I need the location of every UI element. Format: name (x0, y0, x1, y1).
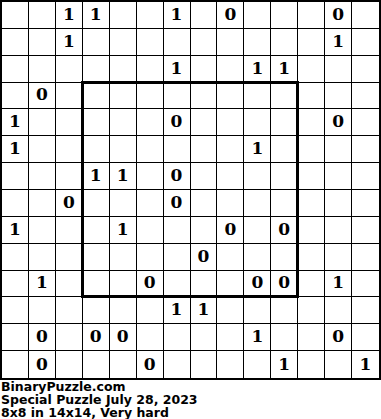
cell-r2c11[interactable] (298, 56, 325, 83)
cell-r0c2: 1 (56, 2, 83, 29)
cell-r3c0[interactable] (2, 83, 29, 110)
cell-r6c0[interactable] (2, 163, 29, 190)
cell-r3c3[interactable] (83, 83, 110, 110)
cell-r2c13[interactable] (352, 56, 379, 83)
cell-r9c11[interactable] (298, 244, 325, 271)
cell-r4c7[interactable] (191, 109, 218, 136)
cell-r7c2: 0 (56, 190, 83, 217)
cell-r6c6: 0 (164, 163, 191, 190)
cell-r7c0[interactable] (2, 190, 29, 217)
cell-r4c11[interactable] (298, 109, 325, 136)
cell-r11c6: 1 (164, 297, 191, 324)
cell-r10c9: 0 (244, 271, 271, 298)
cell-r3c2[interactable] (56, 83, 83, 110)
cell-r6c5[interactable] (137, 163, 164, 190)
cell-r13c12[interactable] (325, 351, 352, 378)
cell-r7c9[interactable] (244, 190, 271, 217)
puzzle-subtitle: 8x8 in 14x14, Very hard (1, 406, 381, 419)
cell-r13c3[interactable] (83, 351, 110, 378)
cell-r9c4[interactable] (110, 244, 137, 271)
cell-r1c9[interactable] (244, 29, 271, 56)
cell-r10c3[interactable] (83, 271, 110, 298)
cell-r4c5[interactable] (137, 109, 164, 136)
cell-r10c2[interactable] (56, 271, 83, 298)
cell-r9c12[interactable] (325, 244, 352, 271)
cell-r10c13[interactable] (352, 271, 379, 298)
cell-r3c5[interactable] (137, 83, 164, 110)
cell-r0c10[interactable] (271, 2, 298, 29)
cell-r2c9: 1 (244, 56, 271, 83)
cell-r1c0[interactable] (2, 29, 29, 56)
cell-r2c2[interactable] (56, 56, 83, 83)
cell-r0c6: 1 (164, 2, 191, 29)
cell-r13c2[interactable] (56, 351, 83, 378)
cell-r3c9[interactable] (244, 83, 271, 110)
cell-r9c3[interactable] (83, 244, 110, 271)
cell-r9c1[interactable] (29, 244, 56, 271)
cell-r13c13: 1 (352, 351, 379, 378)
cell-r6c7[interactable] (191, 163, 218, 190)
cell-r6c10[interactable] (271, 163, 298, 190)
cell-r2c3[interactable] (83, 56, 110, 83)
cell-r5c0: 1 (2, 136, 29, 163)
cell-r1c13[interactable] (352, 29, 379, 56)
cell-r6c4: 1 (110, 163, 137, 190)
cell-r10c10: 0 (271, 271, 298, 298)
cell-r0c8: 0 (217, 2, 244, 29)
cell-r2c6: 1 (164, 56, 191, 83)
cell-r2c0[interactable] (2, 56, 29, 83)
cell-r4c1[interactable] (29, 109, 56, 136)
cell-r5c10[interactable] (271, 136, 298, 163)
cell-r8c6[interactable] (164, 217, 191, 244)
cell-r1c7[interactable] (191, 29, 218, 56)
cell-r4c4[interactable] (110, 109, 137, 136)
cell-r13c8[interactable] (217, 351, 244, 378)
cell-r11c0[interactable] (2, 297, 29, 324)
cell-r11c7: 1 (191, 297, 218, 324)
cell-r9c8[interactable] (217, 244, 244, 271)
cell-r1c8[interactable] (217, 29, 244, 56)
cell-r12c0[interactable] (2, 324, 29, 351)
cell-r11c8[interactable] (217, 297, 244, 324)
cell-r3c1: 0 (29, 83, 56, 110)
cell-r6c13[interactable] (352, 163, 379, 190)
cell-r3c6[interactable] (164, 83, 191, 110)
cell-r10c7[interactable] (191, 271, 218, 298)
cell-r2c7[interactable] (191, 56, 218, 83)
cell-r11c10[interactable] (271, 297, 298, 324)
cell-r7c13[interactable] (352, 190, 379, 217)
cell-r9c0[interactable] (2, 244, 29, 271)
cell-r5c6[interactable] (164, 136, 191, 163)
cell-r5c5[interactable] (137, 136, 164, 163)
cell-r11c1[interactable] (29, 297, 56, 324)
cell-r3c4[interactable] (110, 83, 137, 110)
cell-r8c10: 0 (271, 217, 298, 244)
cell-r1c10[interactable] (271, 29, 298, 56)
cell-r9c9[interactable] (244, 244, 271, 271)
cell-r12c10[interactable] (271, 324, 298, 351)
cell-r0c7[interactable] (191, 2, 218, 29)
cell-r7c5[interactable] (137, 190, 164, 217)
cell-r2c12[interactable] (325, 56, 352, 83)
cell-r7c10[interactable] (271, 190, 298, 217)
cell-r4c9[interactable] (244, 109, 271, 136)
cell-r12c1: 0 (29, 324, 56, 351)
cell-r5c2[interactable] (56, 136, 83, 163)
caption: BinaryPuzzle.com Special Puzzle July 28,… (0, 380, 381, 419)
cell-r12c13[interactable] (352, 324, 379, 351)
cell-r7c4[interactable] (110, 190, 137, 217)
cell-r6c2[interactable] (56, 163, 83, 190)
cell-r8c2[interactable] (56, 217, 83, 244)
cell-r12c7[interactable] (191, 324, 218, 351)
cell-r13c4[interactable] (110, 351, 137, 378)
cell-r10c11[interactable] (298, 271, 325, 298)
cell-r5c7[interactable] (191, 136, 218, 163)
cell-r11c11[interactable] (298, 297, 325, 324)
cell-r4c12: 0 (325, 109, 352, 136)
cell-r10c8[interactable] (217, 271, 244, 298)
cell-r3c10[interactable] (271, 83, 298, 110)
cell-r13c1: 0 (29, 351, 56, 378)
cell-r13c0[interactable] (2, 351, 29, 378)
cell-r2c8[interactable] (217, 56, 244, 83)
cell-r11c4[interactable] (110, 297, 137, 324)
cell-r8c8: 0 (217, 217, 244, 244)
cell-r1c6[interactable] (164, 29, 191, 56)
cell-r10c12: 1 (325, 271, 352, 298)
puzzle-board: 1110011111010011110001100010001110001000… (0, 0, 381, 380)
cell-r7c3[interactable] (83, 190, 110, 217)
cell-r2c1[interactable] (29, 56, 56, 83)
cell-r7c6: 0 (164, 190, 191, 217)
cell-r5c8[interactable] (217, 136, 244, 163)
cell-r0c4[interactable] (110, 2, 137, 29)
cell-r1c11[interactable] (298, 29, 325, 56)
cell-r1c2: 1 (56, 29, 83, 56)
cell-r5c1[interactable] (29, 136, 56, 163)
cell-r8c4: 1 (110, 217, 137, 244)
cell-r11c12[interactable] (325, 297, 352, 324)
cell-r5c13[interactable] (352, 136, 379, 163)
cell-r9c10[interactable] (271, 244, 298, 271)
cell-r3c8[interactable] (217, 83, 244, 110)
cell-r1c1[interactable] (29, 29, 56, 56)
cell-r6c1[interactable] (29, 163, 56, 190)
cell-r12c12: 0 (325, 324, 352, 351)
cell-r2c10: 1 (271, 56, 298, 83)
cell-r3c11[interactable] (298, 83, 325, 110)
cell-r0c9[interactable] (244, 2, 271, 29)
cell-r10c6[interactable] (164, 271, 191, 298)
cell-r12c11[interactable] (298, 324, 325, 351)
cell-r2c4[interactable] (110, 56, 137, 83)
cell-r3c13[interactable] (352, 83, 379, 110)
cell-r12c5[interactable] (137, 324, 164, 351)
cell-r1c3[interactable] (83, 29, 110, 56)
cell-r1c4[interactable] (110, 29, 137, 56)
cell-r11c3[interactable] (83, 297, 110, 324)
cell-r4c10[interactable] (271, 109, 298, 136)
cell-r5c11[interactable] (298, 136, 325, 163)
cell-r10c0[interactable] (2, 271, 29, 298)
cell-r3c7[interactable] (191, 83, 218, 110)
cell-r10c5: 0 (137, 271, 164, 298)
cell-r12c2[interactable] (56, 324, 83, 351)
cell-r7c1[interactable] (29, 190, 56, 217)
cell-r4c6: 0 (164, 109, 191, 136)
cell-r13c10: 1 (271, 351, 298, 378)
cell-r0c11[interactable] (298, 2, 325, 29)
cell-r6c9[interactable] (244, 163, 271, 190)
cell-r12c6[interactable] (164, 324, 191, 351)
cell-r13c7[interactable] (191, 351, 218, 378)
cell-r8c11[interactable] (298, 217, 325, 244)
page: 1110011111010011110001100010001110001000… (0, 0, 381, 419)
cell-r0c3: 1 (83, 2, 110, 29)
cell-r6c11[interactable] (298, 163, 325, 190)
cell-r9c6[interactable] (164, 244, 191, 271)
cell-r12c9: 1 (244, 324, 271, 351)
cell-r5c4[interactable] (110, 136, 137, 163)
cell-r6c3: 1 (83, 163, 110, 190)
cell-r12c4: 0 (110, 324, 137, 351)
cell-r8c9[interactable] (244, 217, 271, 244)
cell-r13c11[interactable] (298, 351, 325, 378)
cell-r7c12[interactable] (325, 190, 352, 217)
cell-r5c3[interactable] (83, 136, 110, 163)
cell-r3c12[interactable] (325, 83, 352, 110)
cell-r0c12: 0 (325, 2, 352, 29)
cell-r1c5[interactable] (137, 29, 164, 56)
cell-r9c13[interactable] (352, 244, 379, 271)
cell-r8c13[interactable] (352, 217, 379, 244)
cell-r0c1[interactable] (29, 2, 56, 29)
cell-r11c13[interactable] (352, 297, 379, 324)
cell-r11c9[interactable] (244, 297, 271, 324)
cell-r0c5[interactable] (137, 2, 164, 29)
cell-r11c2[interactable] (56, 297, 83, 324)
cell-r8c1[interactable] (29, 217, 56, 244)
cell-r8c7[interactable] (191, 217, 218, 244)
cell-r6c12[interactable] (325, 163, 352, 190)
cell-r0c13[interactable] (352, 2, 379, 29)
cell-r4c8[interactable] (217, 109, 244, 136)
cell-r10c1: 1 (29, 271, 56, 298)
cell-r6c8[interactable] (217, 163, 244, 190)
cell-r5c12[interactable] (325, 136, 352, 163)
cell-r10c4[interactable] (110, 271, 137, 298)
cell-r4c13[interactable] (352, 109, 379, 136)
cell-r13c6[interactable] (164, 351, 191, 378)
cell-r8c3[interactable] (83, 217, 110, 244)
cell-r7c11[interactable] (298, 190, 325, 217)
cell-r5c9: 1 (244, 136, 271, 163)
cell-r8c12[interactable] (325, 217, 352, 244)
cell-r8c5[interactable] (137, 217, 164, 244)
cell-r13c5: 0 (137, 351, 164, 378)
cell-r13c9[interactable] (244, 351, 271, 378)
cell-r4c3[interactable] (83, 109, 110, 136)
cell-r0c0[interactable] (2, 2, 29, 29)
cell-r12c8[interactable] (217, 324, 244, 351)
cell-r9c2[interactable] (56, 244, 83, 271)
cell-r9c5[interactable] (137, 244, 164, 271)
cell-r11c5[interactable] (137, 297, 164, 324)
cell-r1c12: 1 (325, 29, 352, 56)
cell-r9c7: 0 (191, 244, 218, 271)
cell-r2c5[interactable] (137, 56, 164, 83)
cell-r8c0: 1 (2, 217, 29, 244)
cell-r4c2[interactable] (56, 109, 83, 136)
cell-r4c0: 1 (2, 109, 29, 136)
cell-r7c8[interactable] (217, 190, 244, 217)
cell-r12c3: 0 (83, 324, 110, 351)
cell-r7c7[interactable] (191, 190, 218, 217)
